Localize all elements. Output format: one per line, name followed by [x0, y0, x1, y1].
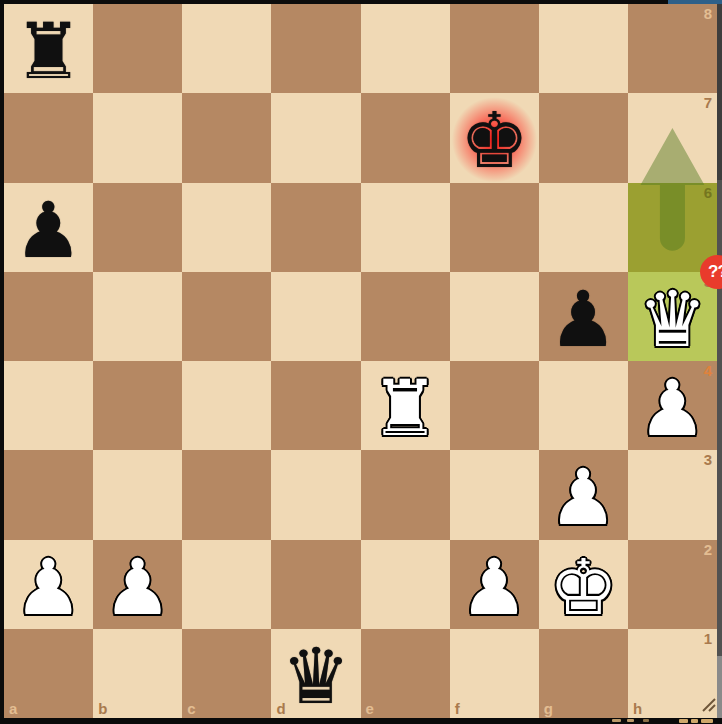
square-e7[interactable] — [361, 93, 450, 182]
square-e6[interactable] — [361, 183, 450, 272]
piece-black-queen-d1[interactable]: ♛ — [281, 638, 350, 715]
square-g7[interactable] — [539, 93, 628, 182]
square-d6[interactable] — [271, 183, 360, 272]
square-g5[interactable]: ♟ — [539, 272, 628, 361]
clipped-text-mark — [627, 719, 634, 722]
scrollbar-track[interactable] — [717, 4, 722, 718]
square-c1[interactable]: c — [182, 629, 271, 718]
clipped-text-mark — [691, 719, 698, 723]
piece-white-pawn-g3[interactable]: ♟ — [549, 459, 618, 536]
square-b8[interactable] — [93, 4, 182, 93]
square-c3[interactable] — [182, 450, 271, 539]
file-label-a: a — [9, 700, 17, 717]
square-d1[interactable]: d♛ — [271, 629, 360, 718]
file-label-e: e — [366, 700, 374, 717]
square-c4[interactable] — [182, 361, 271, 450]
square-f8[interactable] — [450, 4, 539, 93]
square-d4[interactable] — [271, 361, 360, 450]
square-f2[interactable]: ♟ — [450, 540, 539, 629]
square-a4[interactable] — [4, 361, 93, 450]
square-d2[interactable] — [271, 540, 360, 629]
clipped-text-mark — [643, 719, 649, 722]
square-e5[interactable] — [361, 272, 450, 361]
square-h4[interactable]: 4♟ — [628, 361, 717, 450]
square-g3[interactable]: ♟ — [539, 450, 628, 539]
square-a8[interactable]: ♜ — [4, 4, 93, 93]
file-label-g: g — [544, 700, 553, 717]
piece-black-pawn-g5[interactable]: ♟ — [549, 281, 618, 358]
square-d3[interactable] — [271, 450, 360, 539]
square-a3[interactable] — [4, 450, 93, 539]
square-a6[interactable]: ♟ — [4, 183, 93, 272]
square-b5[interactable] — [93, 272, 182, 361]
square-h7[interactable]: 7 — [628, 93, 717, 182]
rank-label-2: 2 — [704, 541, 712, 558]
piece-black-pawn-a6[interactable]: ♟ — [14, 192, 83, 269]
square-h6[interactable]: 6 — [628, 183, 717, 272]
square-c2[interactable] — [182, 540, 271, 629]
rank-label-3: 3 — [704, 451, 712, 468]
square-h2[interactable]: 2 — [628, 540, 717, 629]
square-f1[interactable]: f — [450, 629, 539, 718]
square-b6[interactable] — [93, 183, 182, 272]
piece-white-pawn-h4[interactable]: ♟ — [638, 370, 707, 447]
square-c5[interactable] — [182, 272, 271, 361]
clipped-text-mark — [701, 719, 713, 723]
piece-black-king-f7[interactable]: ♚ — [460, 102, 529, 179]
file-label-b: b — [98, 700, 107, 717]
square-b4[interactable] — [93, 361, 182, 450]
square-f6[interactable] — [450, 183, 539, 272]
square-a1[interactable]: a — [4, 629, 93, 718]
piece-white-pawn-a2[interactable]: ♟ — [14, 549, 83, 626]
piece-white-king-g2[interactable]: ♚ — [549, 549, 618, 626]
file-label-c: c — [187, 700, 195, 717]
square-d5[interactable] — [271, 272, 360, 361]
scrollbar-thumb[interactable] — [717, 656, 722, 718]
piece-white-pawn-f2[interactable]: ♟ — [460, 549, 529, 626]
square-g4[interactable] — [539, 361, 628, 450]
clipped-text-mark — [612, 719, 621, 722]
scrollbar-shade — [717, 4, 722, 180]
piece-white-pawn-b2[interactable]: ♟ — [103, 549, 172, 626]
square-b7[interactable] — [93, 93, 182, 182]
square-e2[interactable] — [361, 540, 450, 629]
rank-label-7: 7 — [704, 94, 712, 111]
square-h3[interactable]: 3 — [628, 450, 717, 539]
square-d8[interactable] — [271, 4, 360, 93]
square-g6[interactable] — [539, 183, 628, 272]
piece-white-queen-h5[interactable]: ♛ — [638, 281, 707, 358]
rank-label-8: 8 — [704, 5, 712, 22]
square-f4[interactable] — [450, 361, 539, 450]
square-e4[interactable]: ♜ — [361, 361, 450, 450]
square-b2[interactable]: ♟ — [93, 540, 182, 629]
square-e1[interactable]: e — [361, 629, 450, 718]
chess-board: ♜8♚7♟6♟5♛♜4♟♟3♟♟♟♚2abcd♛efg1h — [4, 4, 717, 718]
square-c7[interactable] — [182, 93, 271, 182]
clipped-text-mark — [679, 719, 688, 723]
square-g1[interactable]: g — [539, 629, 628, 718]
file-label-f: f — [455, 700, 460, 717]
rank-label-6: 6 — [704, 184, 712, 201]
square-d7[interactable] — [271, 93, 360, 182]
square-h8[interactable]: 8 — [628, 4, 717, 93]
square-f7[interactable]: ♚ — [450, 93, 539, 182]
resize-grip-icon — [700, 696, 717, 713]
square-a2[interactable]: ♟ — [4, 540, 93, 629]
board-resize-handle[interactable] — [700, 696, 717, 713]
square-e8[interactable] — [361, 4, 450, 93]
square-c8[interactable] — [182, 4, 271, 93]
square-g2[interactable]: ♚ — [539, 540, 628, 629]
square-g8[interactable] — [539, 4, 628, 93]
square-b1[interactable]: b — [93, 629, 182, 718]
square-a7[interactable] — [4, 93, 93, 182]
square-a5[interactable] — [4, 272, 93, 361]
square-b3[interactable] — [93, 450, 182, 539]
piece-white-rook-e4[interactable]: ♜ — [371, 370, 440, 447]
square-c6[interactable] — [182, 183, 271, 272]
rank-label-1: 1 — [704, 630, 712, 647]
file-label-h: h — [633, 700, 642, 717]
square-f5[interactable] — [450, 272, 539, 361]
square-f3[interactable] — [450, 450, 539, 539]
square-h5[interactable]: 5♛ — [628, 272, 717, 361]
square-e3[interactable] — [361, 450, 450, 539]
piece-black-rook-a8[interactable]: ♜ — [14, 13, 83, 90]
